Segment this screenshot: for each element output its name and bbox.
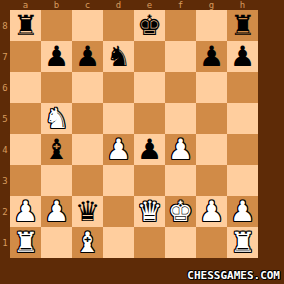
square-b2[interactable]: ♟	[41, 196, 72, 227]
square-c5[interactable]	[72, 103, 103, 134]
square-f4[interactable]: ♟	[165, 134, 196, 165]
square-a2[interactable]: ♟	[10, 196, 41, 227]
square-d1[interactable]	[103, 227, 134, 258]
square-a3[interactable]	[10, 165, 41, 196]
white-pawn[interactable]: ♟	[227, 196, 258, 227]
square-e6[interactable]	[134, 72, 165, 103]
square-h6[interactable]	[227, 72, 258, 103]
white-pawn[interactable]: ♟	[10, 196, 41, 227]
square-d6[interactable]	[103, 72, 134, 103]
square-d5[interactable]	[103, 103, 134, 134]
square-e8[interactable]: ♚	[134, 10, 165, 41]
square-c3[interactable]	[72, 165, 103, 196]
square-e3[interactable]	[134, 165, 165, 196]
square-f8[interactable]	[165, 10, 196, 41]
black-pawn[interactable]: ♟	[196, 41, 227, 72]
square-e4[interactable]: ♟	[134, 134, 165, 165]
square-a8[interactable]: ♜	[10, 10, 41, 41]
black-queen[interactable]: ♛	[72, 196, 103, 227]
rank-label-4: 4	[0, 134, 10, 165]
square-b8[interactable]	[41, 10, 72, 41]
square-h3[interactable]	[227, 165, 258, 196]
black-pawn[interactable]: ♟	[134, 134, 165, 165]
square-f1[interactable]	[165, 227, 196, 258]
square-h8[interactable]: ♜	[227, 10, 258, 41]
black-rook[interactable]: ♜	[10, 10, 41, 41]
white-pawn[interactable]: ♟	[103, 134, 134, 165]
chessgames-logo: CHESSGAMES.COM	[187, 269, 280, 282]
square-a6[interactable]	[10, 72, 41, 103]
black-bishop[interactable]: ♝	[41, 134, 72, 165]
file-label-c: c	[72, 0, 103, 10]
square-e2[interactable]: ♛	[134, 196, 165, 227]
white-rook[interactable]: ♜	[10, 227, 41, 258]
square-g7[interactable]: ♟	[196, 41, 227, 72]
square-d2[interactable]	[103, 196, 134, 227]
square-e1[interactable]	[134, 227, 165, 258]
square-g1[interactable]	[196, 227, 227, 258]
white-bishop[interactable]: ♝	[72, 227, 103, 258]
black-king[interactable]: ♚	[134, 10, 165, 41]
square-h7[interactable]: ♟	[227, 41, 258, 72]
square-d8[interactable]	[103, 10, 134, 41]
square-d7[interactable]: ♞	[103, 41, 134, 72]
chess-diagram: abcdefgh 87654321 ♜♚♜♟♟♞♟♟♞♝♟♟♟♟♟♛♛♚♟♟♜♝…	[0, 0, 284, 284]
rank-label-6: 6	[0, 72, 10, 103]
file-label-d: d	[103, 0, 134, 10]
rank-label-1: 1	[0, 227, 10, 258]
square-f3[interactable]	[165, 165, 196, 196]
white-pawn[interactable]: ♟	[41, 196, 72, 227]
square-g3[interactable]	[196, 165, 227, 196]
square-c6[interactable]	[72, 72, 103, 103]
file-labels: abcdefgh	[10, 0, 258, 10]
rank-label-8: 8	[0, 10, 10, 41]
square-e5[interactable]	[134, 103, 165, 134]
black-pawn[interactable]: ♟	[41, 41, 72, 72]
square-h4[interactable]	[227, 134, 258, 165]
square-c7[interactable]: ♟	[72, 41, 103, 72]
black-pawn[interactable]: ♟	[72, 41, 103, 72]
square-c2[interactable]: ♛	[72, 196, 103, 227]
white-rook[interactable]: ♜	[227, 227, 258, 258]
rank-label-7: 7	[0, 41, 10, 72]
rank-label-2: 2	[0, 196, 10, 227]
square-c4[interactable]	[72, 134, 103, 165]
square-d3[interactable]	[103, 165, 134, 196]
square-f5[interactable]	[165, 103, 196, 134]
file-label-f: f	[165, 0, 196, 10]
square-b5[interactable]: ♞	[41, 103, 72, 134]
black-pawn[interactable]: ♟	[227, 41, 258, 72]
square-a7[interactable]	[10, 41, 41, 72]
rank-label-5: 5	[0, 103, 10, 134]
square-h2[interactable]: ♟	[227, 196, 258, 227]
square-b1[interactable]	[41, 227, 72, 258]
square-f6[interactable]	[165, 72, 196, 103]
square-h5[interactable]	[227, 103, 258, 134]
square-b6[interactable]	[41, 72, 72, 103]
square-f2[interactable]: ♚	[165, 196, 196, 227]
file-label-b: b	[41, 0, 72, 10]
white-knight[interactable]: ♞	[41, 103, 72, 134]
white-king[interactable]: ♚	[165, 196, 196, 227]
white-pawn[interactable]: ♟	[196, 196, 227, 227]
square-g5[interactable]	[196, 103, 227, 134]
square-b3[interactable]	[41, 165, 72, 196]
square-f7[interactable]	[165, 41, 196, 72]
rank-label-3: 3	[0, 165, 10, 196]
square-b4[interactable]: ♝	[41, 134, 72, 165]
square-b7[interactable]: ♟	[41, 41, 72, 72]
black-knight[interactable]: ♞	[103, 41, 134, 72]
square-g6[interactable]	[196, 72, 227, 103]
white-pawn[interactable]: ♟	[165, 134, 196, 165]
white-queen[interactable]: ♛	[134, 196, 165, 227]
chess-board: ♜♚♜♟♟♞♟♟♞♝♟♟♟♟♟♛♛♚♟♟♜♝♜	[10, 10, 258, 258]
square-a5[interactable]	[10, 103, 41, 134]
square-g2[interactable]: ♟	[196, 196, 227, 227]
rank-labels: 87654321	[0, 10, 10, 258]
file-label-g: g	[196, 0, 227, 10]
square-c1[interactable]: ♝	[72, 227, 103, 258]
square-e7[interactable]	[134, 41, 165, 72]
square-h1[interactable]: ♜	[227, 227, 258, 258]
square-a1[interactable]: ♜	[10, 227, 41, 258]
square-g4[interactable]	[196, 134, 227, 165]
square-a4[interactable]	[10, 134, 41, 165]
black-rook[interactable]: ♜	[227, 10, 258, 41]
square-c8[interactable]	[72, 10, 103, 41]
square-d4[interactable]: ♟	[103, 134, 134, 165]
square-g8[interactable]	[196, 10, 227, 41]
